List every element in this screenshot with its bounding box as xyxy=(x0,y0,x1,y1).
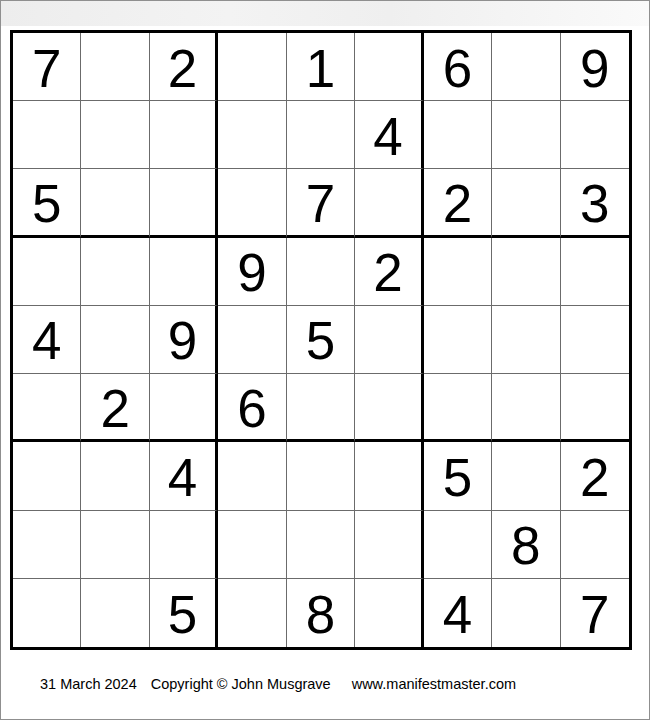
cell-r1c6[interactable] xyxy=(355,33,423,101)
cell-r9c2[interactable] xyxy=(81,579,149,647)
cell-r8c3[interactable] xyxy=(150,511,218,579)
cell-r8c7[interactable] xyxy=(424,511,492,579)
cell-r2c2[interactable] xyxy=(81,101,149,169)
cell-r3c1[interactable]: 5 xyxy=(13,169,81,237)
cell-r4c8[interactable] xyxy=(492,238,560,306)
cell-r2c9[interactable] xyxy=(561,101,629,169)
cell-r5c3[interactable]: 9 xyxy=(150,306,218,374)
cell-r4c5[interactable] xyxy=(287,238,355,306)
cell-r9c4[interactable] xyxy=(218,579,286,647)
cell-r6c3[interactable] xyxy=(150,374,218,442)
cell-r8c8[interactable]: 8 xyxy=(492,511,560,579)
cell-r5c9[interactable] xyxy=(561,306,629,374)
cell-r7c6[interactable] xyxy=(355,442,423,510)
footer: 31 March 2024 Copyright © John Musgrave … xyxy=(40,676,516,692)
cell-r7c4[interactable] xyxy=(218,442,286,510)
cell-r8c1[interactable] xyxy=(13,511,81,579)
cell-r2c6[interactable]: 4 xyxy=(355,101,423,169)
cell-r3c9[interactable]: 3 xyxy=(561,169,629,237)
cell-r6c8[interactable] xyxy=(492,374,560,442)
cell-r8c2[interactable] xyxy=(81,511,149,579)
cell-r7c8[interactable] xyxy=(492,442,560,510)
cell-r1c9[interactable]: 9 xyxy=(561,33,629,101)
cell-r1c2[interactable] xyxy=(81,33,149,101)
cell-r3c5[interactable]: 7 xyxy=(287,169,355,237)
cell-r6c1[interactable] xyxy=(13,374,81,442)
cell-r2c1[interactable] xyxy=(13,101,81,169)
cell-r1c3[interactable]: 2 xyxy=(150,33,218,101)
cell-r6c4[interactable]: 6 xyxy=(218,374,286,442)
cell-r3c6[interactable] xyxy=(355,169,423,237)
cell-r4c3[interactable] xyxy=(150,238,218,306)
cell-r2c8[interactable] xyxy=(492,101,560,169)
cell-r6c6[interactable] xyxy=(355,374,423,442)
cell-r7c5[interactable] xyxy=(287,442,355,510)
cell-r7c3[interactable]: 4 xyxy=(150,442,218,510)
cell-r5c7[interactable] xyxy=(424,306,492,374)
cell-r1c8[interactable] xyxy=(492,33,560,101)
cell-r1c1[interactable]: 7 xyxy=(13,33,81,101)
cell-r9c5[interactable]: 8 xyxy=(287,579,355,647)
cell-r6c9[interactable] xyxy=(561,374,629,442)
puzzle-date: 31 March 2024 xyxy=(40,676,137,692)
cell-r8c9[interactable] xyxy=(561,511,629,579)
window-titlebar xyxy=(1,1,649,26)
cell-r7c7[interactable]: 5 xyxy=(424,442,492,510)
cell-r4c6[interactable]: 2 xyxy=(355,238,423,306)
cell-r4c1[interactable] xyxy=(13,238,81,306)
cell-r6c2[interactable]: 2 xyxy=(81,374,149,442)
cell-r8c6[interactable] xyxy=(355,511,423,579)
cell-r2c5[interactable] xyxy=(287,101,355,169)
cell-r5c2[interactable] xyxy=(81,306,149,374)
cell-r4c9[interactable] xyxy=(561,238,629,306)
cell-r1c7[interactable]: 6 xyxy=(424,33,492,101)
copyright-text: Copyright © John Musgrave xyxy=(151,676,331,692)
cell-r7c2[interactable] xyxy=(81,442,149,510)
cell-r5c5[interactable]: 5 xyxy=(287,306,355,374)
cell-r8c4[interactable] xyxy=(218,511,286,579)
cell-r8c5[interactable] xyxy=(287,511,355,579)
website-text: www.manifestmaster.com xyxy=(352,676,516,692)
sudoku-board: 7216945723924952645285847 xyxy=(10,30,632,650)
cell-r3c7[interactable]: 2 xyxy=(424,169,492,237)
cell-r1c4[interactable] xyxy=(218,33,286,101)
cell-r3c4[interactable] xyxy=(218,169,286,237)
cell-r1c5[interactable]: 1 xyxy=(287,33,355,101)
cell-r2c4[interactable] xyxy=(218,101,286,169)
cell-r5c4[interactable] xyxy=(218,306,286,374)
cell-r2c3[interactable] xyxy=(150,101,218,169)
cell-r9c1[interactable] xyxy=(13,579,81,647)
cell-r9c7[interactable]: 4 xyxy=(424,579,492,647)
cell-r3c3[interactable] xyxy=(150,169,218,237)
cell-r9c8[interactable] xyxy=(492,579,560,647)
cell-r4c7[interactable] xyxy=(424,238,492,306)
cell-r5c1[interactable]: 4 xyxy=(13,306,81,374)
cell-r4c4[interactable]: 9 xyxy=(218,238,286,306)
cell-r9c3[interactable]: 5 xyxy=(150,579,218,647)
cell-r3c8[interactable] xyxy=(492,169,560,237)
cell-r2c7[interactable] xyxy=(424,101,492,169)
cell-r5c8[interactable] xyxy=(492,306,560,374)
cell-r3c2[interactable] xyxy=(81,169,149,237)
cell-r6c7[interactable] xyxy=(424,374,492,442)
cell-r5c6[interactable] xyxy=(355,306,423,374)
cell-r4c2[interactable] xyxy=(81,238,149,306)
cell-r9c9[interactable]: 7 xyxy=(561,579,629,647)
cell-r6c5[interactable] xyxy=(287,374,355,442)
cell-r7c1[interactable] xyxy=(13,442,81,510)
cell-r7c9[interactable]: 2 xyxy=(561,442,629,510)
cell-r9c6[interactable] xyxy=(355,579,423,647)
